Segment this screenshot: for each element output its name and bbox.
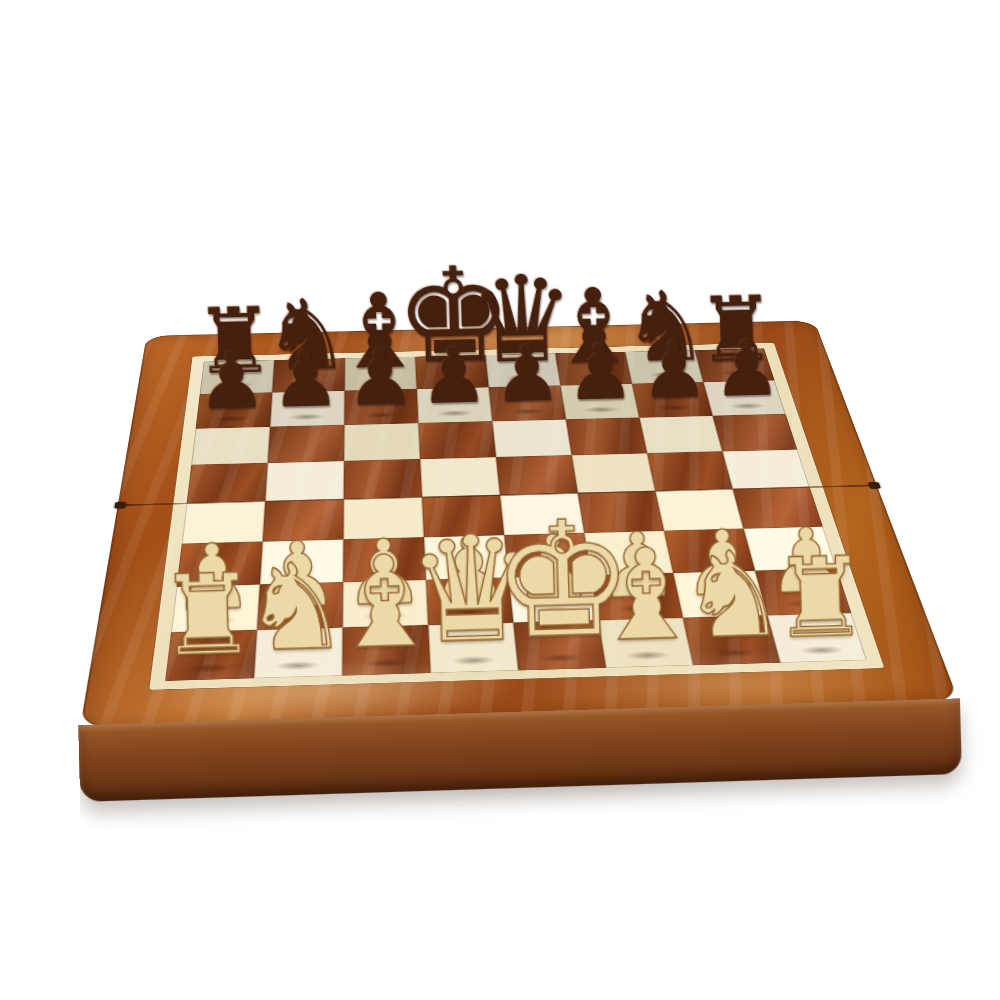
square-c6[interactable] bbox=[344, 423, 420, 461]
white-rook[interactable]: ♜ bbox=[753, 541, 888, 654]
scene: ♜♞♝♚♛♝♞♜♟♟♟♟♟♟♟♟♟♟♟♟♟♟♟♟♜♞♝♛♚♝♞♜ bbox=[120, 115, 880, 875]
chess-set-photo: ♜♞♝♚♛♝♞♜♟♟♟♟♟♟♟♟♟♟♟♟♟♟♟♟♜♞♝♛♚♝♞♜ bbox=[0, 0, 1000, 1000]
square-h7[interactable] bbox=[703, 380, 785, 415]
square-d6[interactable] bbox=[418, 421, 496, 459]
chessboard: ♜♞♝♚♛♝♞♜♟♟♟♟♟♟♟♟♟♟♟♟♟♟♟♟♜♞♝♛♚♝♞♜ bbox=[80, 320, 959, 728]
square-d7[interactable] bbox=[417, 387, 493, 423]
square-e6[interactable] bbox=[492, 419, 571, 457]
square-g5[interactable] bbox=[647, 451, 733, 491]
square-g8[interactable] bbox=[625, 350, 703, 384]
square-g7[interactable] bbox=[632, 382, 713, 418]
square-c8[interactable] bbox=[345, 357, 417, 391]
square-h6[interactable] bbox=[713, 414, 798, 451]
square-e7[interactable] bbox=[489, 386, 566, 422]
hinge-notch-right bbox=[868, 482, 881, 489]
square-e8[interactable] bbox=[485, 353, 560, 387]
square-a8[interactable] bbox=[200, 360, 275, 394]
square-c7[interactable] bbox=[344, 389, 418, 425]
square-c5[interactable] bbox=[344, 459, 422, 499]
square-h5[interactable] bbox=[722, 449, 809, 488]
square-b6[interactable] bbox=[268, 425, 345, 463]
square-h8[interactable] bbox=[695, 348, 775, 382]
square-b8[interactable] bbox=[272, 358, 345, 392]
square-d5[interactable] bbox=[420, 457, 500, 497]
square-a7[interactable] bbox=[196, 392, 273, 428]
square-f7[interactable] bbox=[560, 384, 639, 420]
square-f8[interactable] bbox=[555, 352, 632, 386]
square-a6[interactable] bbox=[191, 427, 270, 465]
square-f6[interactable] bbox=[566, 418, 647, 456]
square-b7[interactable] bbox=[270, 391, 345, 427]
square-g6[interactable] bbox=[639, 416, 722, 453]
square-d8[interactable] bbox=[415, 355, 489, 389]
